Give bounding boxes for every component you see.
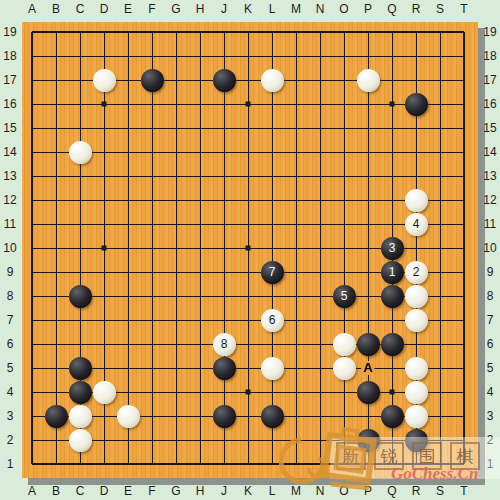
- stone-white-O5[interactable]: [333, 357, 356, 380]
- row-label-left-6: 6: [7, 337, 14, 351]
- stone-white-L5[interactable]: [261, 357, 284, 380]
- watermark-site-text: GoChess.Cn: [391, 464, 478, 484]
- row-label-left-1: 1: [7, 457, 14, 471]
- row-label-right-5: 5: [487, 361, 494, 375]
- column-label-bottom-G: G: [171, 484, 180, 498]
- stone-black-O8[interactable]: 5: [333, 285, 356, 308]
- row-label-left-12: 12: [3, 193, 16, 207]
- stone-white-D4[interactable]: [93, 381, 116, 404]
- column-label-bottom-S: S: [436, 484, 444, 498]
- stone-black-Q9[interactable]: 1: [381, 261, 404, 284]
- stone-white-J6[interactable]: 8: [213, 333, 236, 356]
- stone-black-B3[interactable]: [45, 405, 68, 428]
- column-label-bottom-T: T: [460, 484, 467, 498]
- marked-point-P5[interactable]: A: [361, 361, 374, 375]
- column-label-top-J: J: [221, 2, 227, 16]
- stone-white-D17[interactable]: [93, 69, 116, 92]
- stone-black-R16[interactable]: [405, 93, 428, 116]
- star-point-Q16: [390, 102, 395, 107]
- row-label-right-3: 3: [487, 409, 494, 423]
- column-label-top-D: D: [100, 2, 109, 16]
- row-label-right-18: 18: [483, 49, 496, 63]
- column-label-bottom-J: J: [221, 484, 227, 498]
- column-label-top-C: C: [76, 2, 85, 16]
- star-point-D16: [102, 102, 107, 107]
- row-label-left-14: 14: [3, 145, 16, 159]
- column-label-top-P: P: [364, 2, 372, 16]
- stone-white-R3[interactable]: [405, 405, 428, 428]
- row-label-right-8: 8: [487, 289, 494, 303]
- row-label-left-13: 13: [3, 169, 16, 183]
- stone-white-E3[interactable]: [117, 405, 140, 428]
- row-label-left-17: 17: [3, 73, 16, 87]
- stone-black-C8[interactable]: [69, 285, 92, 308]
- column-label-top-A: A: [28, 2, 36, 16]
- column-label-bottom-A: A: [28, 484, 36, 498]
- row-label-right-9: 9: [487, 265, 494, 279]
- stone-black-P6[interactable]: [357, 333, 380, 356]
- column-label-top-T: T: [460, 2, 467, 16]
- stone-black-F17[interactable]: [141, 69, 164, 92]
- stone-black-Q8[interactable]: [381, 285, 404, 308]
- column-label-bottom-H: H: [196, 484, 205, 498]
- row-label-right-10: 10: [483, 241, 496, 255]
- star-point-K10: [246, 246, 251, 251]
- stone-black-J17[interactable]: [213, 69, 236, 92]
- column-label-top-O: O: [339, 2, 348, 16]
- stone-white-R9[interactable]: 2: [405, 261, 428, 284]
- star-point-D10: [102, 246, 107, 251]
- row-label-right-15: 15: [483, 121, 496, 135]
- stone-white-R4[interactable]: [405, 381, 428, 404]
- stone-white-R11[interactable]: 4: [405, 213, 428, 236]
- column-label-bottom-K: K: [244, 484, 252, 498]
- row-label-right-11: 11: [484, 217, 496, 231]
- row-label-right-19: 19: [483, 25, 496, 39]
- row-label-right-16: 16: [483, 97, 496, 111]
- row-label-left-9: 9: [7, 265, 14, 279]
- column-label-top-E: E: [124, 2, 132, 16]
- stone-black-L9[interactable]: 7: [261, 261, 284, 284]
- gochess-logo-icon: [279, 424, 395, 500]
- stone-white-R12[interactable]: [405, 189, 428, 212]
- column-label-bottom-B: B: [52, 484, 60, 498]
- stone-white-C2[interactable]: [69, 429, 92, 452]
- stone-black-P4[interactable]: [357, 381, 380, 404]
- column-label-top-N: N: [316, 2, 325, 16]
- stone-black-Q6[interactable]: [381, 333, 404, 356]
- row-label-left-16: 16: [3, 97, 16, 111]
- stone-white-P17[interactable]: [357, 69, 380, 92]
- stone-white-R7[interactable]: [405, 309, 428, 332]
- row-label-left-4: 4: [7, 385, 14, 399]
- stone-white-C3[interactable]: [69, 405, 92, 428]
- column-label-top-L: L: [269, 2, 276, 16]
- column-label-bottom-E: E: [124, 484, 132, 498]
- row-label-left-5: 5: [7, 361, 14, 375]
- stone-black-J3[interactable]: [213, 405, 236, 428]
- go-board[interactable]: 43712568A: [22, 22, 478, 478]
- column-label-top-F: F: [148, 2, 155, 16]
- row-label-right-13: 13: [483, 169, 496, 183]
- star-point-K16: [246, 102, 251, 107]
- row-label-right-12: 12: [483, 193, 496, 207]
- row-label-right-6: 6: [487, 337, 494, 351]
- row-label-left-7: 7: [7, 313, 14, 327]
- stone-black-C5[interactable]: [69, 357, 92, 380]
- row-label-right-7: 7: [487, 313, 494, 327]
- row-label-right-4: 4: [487, 385, 494, 399]
- star-point-Q4: [390, 390, 395, 395]
- column-label-top-H: H: [196, 2, 205, 16]
- column-label-top-R: R: [412, 2, 421, 16]
- column-label-top-M: M: [291, 2, 301, 16]
- stone-white-O6[interactable]: [333, 333, 356, 356]
- column-label-top-G: G: [171, 2, 180, 16]
- column-label-top-S: S: [436, 2, 444, 16]
- row-label-left-19: 19: [3, 25, 16, 39]
- stone-white-L17[interactable]: [261, 69, 284, 92]
- column-label-bottom-C: C: [76, 484, 85, 498]
- stone-white-L7[interactable]: 6: [261, 309, 284, 332]
- row-label-left-18: 18: [3, 49, 16, 63]
- column-label-bottom-F: F: [148, 484, 155, 498]
- column-label-bottom-L: L: [269, 484, 276, 498]
- row-label-left-3: 3: [7, 409, 14, 423]
- row-label-left-8: 8: [7, 289, 14, 303]
- page: { "game": "go", "board_size": 19, "sourc…: [0, 0, 500, 500]
- column-label-top-B: B: [52, 2, 60, 16]
- column-label-top-K: K: [244, 2, 252, 16]
- star-point-K4: [246, 390, 251, 395]
- column-label-top-Q: Q: [387, 2, 396, 16]
- stone-black-J5[interactable]: [213, 357, 236, 380]
- row-label-left-11: 11: [4, 217, 16, 231]
- stone-white-R5[interactable]: [405, 357, 428, 380]
- stone-white-C14[interactable]: [69, 141, 92, 164]
- row-label-right-17: 17: [483, 73, 496, 87]
- row-label-right-14: 14: [483, 145, 496, 159]
- row-label-left-15: 15: [3, 121, 16, 135]
- row-label-left-2: 2: [7, 433, 14, 447]
- stone-black-C4[interactable]: [69, 381, 92, 404]
- stone-black-Q10[interactable]: 3: [381, 237, 404, 260]
- column-label-bottom-R: R: [412, 484, 421, 498]
- row-label-left-10: 10: [3, 241, 16, 255]
- stone-white-R8[interactable]: [405, 285, 428, 308]
- column-label-bottom-D: D: [100, 484, 109, 498]
